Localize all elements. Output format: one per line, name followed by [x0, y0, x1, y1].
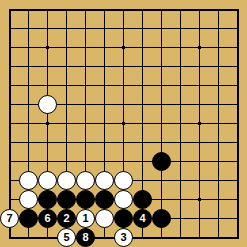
- star-point: [122, 122, 125, 125]
- star-point: [46, 122, 49, 125]
- stone-black-move-8: 8: [76, 228, 95, 247]
- stone-black-move-6: 6: [38, 209, 57, 228]
- grid-line-horizontal: [10, 66, 238, 67]
- stone-white: [114, 190, 133, 209]
- star-point: [198, 198, 201, 201]
- grid-line-horizontal: [10, 123, 238, 124]
- star-point: [46, 46, 49, 49]
- stone-white-move-5: 5: [57, 228, 76, 247]
- star-point: [122, 46, 125, 49]
- stone-black-move-2: 2: [57, 209, 76, 228]
- stone-black: [152, 209, 171, 228]
- grid-line-vertical: [218, 10, 219, 238]
- grid-line-horizontal: [10, 85, 238, 86]
- stone-white-move-1: 1: [76, 209, 95, 228]
- grid-line-vertical: [161, 10, 162, 238]
- stone-white: [95, 209, 114, 228]
- star-point: [198, 46, 201, 49]
- stone-white: [38, 95, 57, 114]
- stone-black: [133, 190, 152, 209]
- stone-black: [152, 152, 171, 171]
- stone-black: [19, 209, 38, 228]
- stone-black: [95, 190, 114, 209]
- stone-white-move-3: 3: [114, 228, 133, 247]
- stone-white: [95, 171, 114, 190]
- star-point: [198, 122, 201, 125]
- stone-black-move-4: 4: [133, 209, 152, 228]
- grid-line-vertical: [199, 10, 200, 238]
- stone-white: [76, 171, 95, 190]
- grid-line-vertical: [180, 10, 181, 238]
- stone-black: [57, 190, 76, 209]
- grid-line-horizontal: [10, 28, 238, 29]
- stone-white: [114, 171, 133, 190]
- grid-line-horizontal: [10, 47, 238, 48]
- stone-white: [19, 171, 38, 190]
- stone-white: [57, 171, 76, 190]
- grid-line-horizontal: [10, 142, 238, 143]
- stone-black: [38, 190, 57, 209]
- stone-white-move-7: 7: [0, 209, 19, 228]
- go-board[interactable]: 76214583: [0, 0, 247, 247]
- stone-black: [76, 190, 95, 209]
- go-diagram: 76214583: [0, 0, 247, 247]
- stone-white: [38, 171, 57, 190]
- stone-black: [114, 209, 133, 228]
- stone-white: [19, 190, 38, 209]
- grid-line-horizontal: [10, 161, 238, 162]
